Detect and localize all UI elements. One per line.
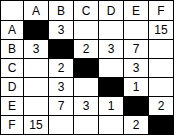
cell-A-A-blocked	[24, 21, 48, 39]
cell-E-E-blocked	[124, 97, 148, 115]
col-header-D: D	[99, 1, 123, 20]
cell-D-D-blocked	[99, 78, 123, 96]
cell-B-B-blocked	[49, 40, 73, 58]
col-header-C: C	[74, 1, 98, 20]
cell-C-F[interactable]	[149, 59, 173, 77]
cell-A-B[interactable]: 3	[49, 21, 73, 39]
cell-D-A[interactable]	[24, 78, 48, 96]
row-header-E: E	[1, 97, 23, 115]
cell-D-E[interactable]: 1	[124, 78, 148, 96]
cell-D-C[interactable]	[74, 78, 98, 96]
cell-C-E[interactable]: 3	[124, 59, 148, 77]
cell-B-F[interactable]	[149, 40, 173, 58]
col-header-F: F	[149, 1, 173, 20]
cell-C-B[interactable]: 2	[49, 59, 73, 77]
cell-F-D[interactable]	[99, 116, 123, 134]
cell-C-C-blocked	[74, 59, 98, 77]
row-header-B: B	[1, 40, 23, 58]
cell-F-F-blocked	[149, 116, 173, 134]
cell-B-C[interactable]: 2	[74, 40, 98, 58]
col-header-E: E	[124, 1, 148, 20]
cell-B-A[interactable]: 3	[24, 40, 48, 58]
corner-cell	[1, 1, 23, 20]
col-header-A: A	[24, 1, 48, 20]
cell-E-C[interactable]: 3	[74, 97, 98, 115]
cell-E-F[interactable]: 2	[149, 97, 173, 115]
cell-F-A[interactable]: 15	[24, 116, 48, 134]
cell-C-D[interactable]	[99, 59, 123, 77]
cell-E-D[interactable]: 1	[99, 97, 123, 115]
row-header-A: A	[1, 21, 23, 39]
cell-A-E[interactable]	[124, 21, 148, 39]
cell-C-A[interactable]	[24, 59, 48, 77]
cell-F-B[interactable]	[49, 116, 73, 134]
cell-B-D[interactable]: 3	[99, 40, 123, 58]
cell-D-B[interactable]: 3	[49, 78, 73, 96]
row-header-F: F	[1, 116, 23, 134]
col-header-B: B	[49, 1, 73, 20]
cell-E-B[interactable]: 7	[49, 97, 73, 115]
cell-A-D[interactable]	[99, 21, 123, 39]
cell-A-F[interactable]: 15	[149, 21, 173, 39]
row-header-D: D	[1, 78, 23, 96]
cell-E-A[interactable]	[24, 97, 48, 115]
cell-A-C[interactable]	[74, 21, 98, 39]
cell-B-E[interactable]: 7	[124, 40, 148, 58]
row-header-C: C	[1, 59, 23, 77]
cell-F-C[interactable]	[74, 116, 98, 134]
matrix-grid: ABCDEFA315B3237C23D31E7312F152	[0, 0, 174, 135]
cell-D-F[interactable]	[149, 78, 173, 96]
cell-F-E[interactable]: 2	[124, 116, 148, 134]
